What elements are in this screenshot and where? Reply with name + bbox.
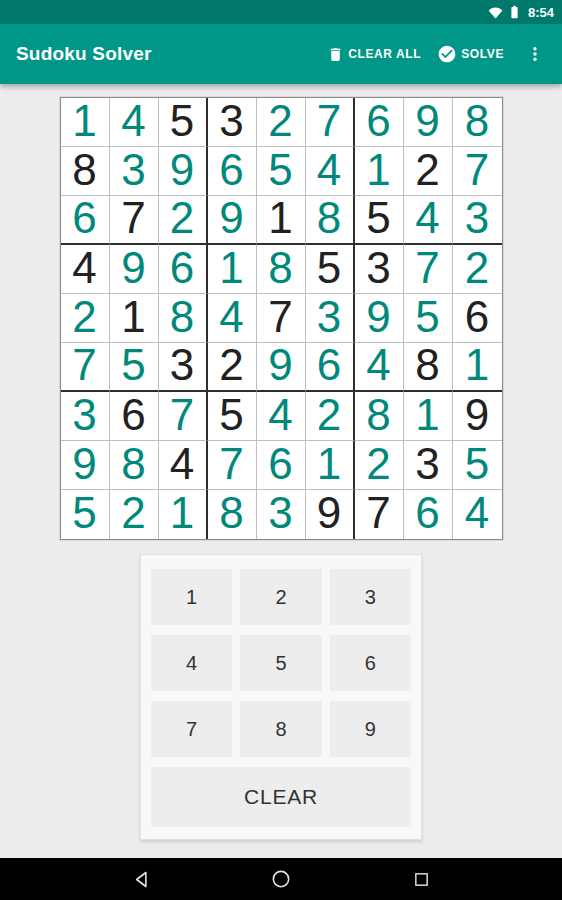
cell-r7c3[interactable]: 7 — [159, 392, 208, 441]
cell-r1c6[interactable]: 7 — [306, 98, 355, 147]
cell-r8c1[interactable]: 9 — [61, 441, 110, 490]
cell-r1c9[interactable]: 8 — [453, 98, 502, 147]
cell-r6c1[interactable]: 7 — [61, 343, 110, 392]
cell-r9c8[interactable]: 6 — [404, 490, 453, 539]
cell-r4c7[interactable]: 3 — [355, 245, 404, 294]
cell-r3c4[interactable]: 9 — [208, 196, 257, 245]
cell-r1c7[interactable]: 6 — [355, 98, 404, 147]
cell-r8c3[interactable]: 4 — [159, 441, 208, 490]
cell-r4c8[interactable]: 7 — [404, 245, 453, 294]
cell-r7c7[interactable]: 8 — [355, 392, 404, 441]
sudoku-grid: 1453276988396541276729185434961853722184… — [60, 97, 503, 540]
keypad-clear-button[interactable]: CLEAR — [151, 767, 411, 827]
cell-r9c4[interactable]: 8 — [208, 490, 257, 539]
cell-r3c9[interactable]: 3 — [453, 196, 502, 245]
cell-r9c3[interactable]: 1 — [159, 490, 208, 539]
check-circle-icon — [437, 44, 457, 64]
cell-r4c3[interactable]: 6 — [159, 245, 208, 294]
cell-r5c8[interactable]: 5 — [404, 294, 453, 343]
cell-r6c3[interactable]: 3 — [159, 343, 208, 392]
cell-r7c2[interactable]: 6 — [110, 392, 159, 441]
cell-r1c3[interactable]: 5 — [159, 98, 208, 147]
cell-r1c2[interactable]: 4 — [110, 98, 159, 147]
cell-r8c7[interactable]: 2 — [355, 441, 404, 490]
cell-r3c3[interactable]: 2 — [159, 196, 208, 245]
cell-r5c1[interactable]: 2 — [61, 294, 110, 343]
keypad-key-3[interactable]: 3 — [330, 569, 411, 625]
cell-r5c2[interactable]: 1 — [110, 294, 159, 343]
cell-r8c8[interactable]: 3 — [404, 441, 453, 490]
recents-icon — [413, 871, 430, 888]
cell-r7c4[interactable]: 5 — [208, 392, 257, 441]
cell-r5c7[interactable]: 9 — [355, 294, 404, 343]
cell-r5c5[interactable]: 7 — [257, 294, 306, 343]
cell-r9c6[interactable]: 9 — [306, 490, 355, 539]
cell-r7c8[interactable]: 1 — [404, 392, 453, 441]
cell-r6c5[interactable]: 9 — [257, 343, 306, 392]
keypad-key-1[interactable]: 1 — [151, 569, 232, 625]
clear-all-label: CLEAR ALL — [348, 47, 421, 61]
cell-r7c5[interactable]: 4 — [257, 392, 306, 441]
cell-r5c9[interactable]: 6 — [453, 294, 502, 343]
board-area: 1453276988396541276729185434961853722184… — [0, 97, 562, 540]
cell-r9c7[interactable]: 7 — [355, 490, 404, 539]
cell-r8c2[interactable]: 8 — [110, 441, 159, 490]
cell-r9c2[interactable]: 2 — [110, 490, 159, 539]
page-title: Sudoku Solver — [16, 43, 327, 65]
recents-button[interactable] — [401, 871, 441, 888]
cell-r2c7[interactable]: 1 — [355, 147, 404, 196]
app-bar-actions: CLEAR ALL SOLVE — [327, 43, 546, 65]
cell-r2c5[interactable]: 5 — [257, 147, 306, 196]
back-button[interactable] — [121, 869, 161, 890]
overflow-menu-button[interactable] — [520, 43, 546, 65]
cell-r9c9[interactable]: 4 — [453, 490, 502, 539]
keypad-panel: 123456789 CLEAR — [140, 554, 422, 840]
battery-icon — [507, 4, 522, 20]
cell-r2c3[interactable]: 9 — [159, 147, 208, 196]
cell-r5c6[interactable]: 3 — [306, 294, 355, 343]
cell-r8c5[interactable]: 6 — [257, 441, 306, 490]
cell-r3c7[interactable]: 5 — [355, 196, 404, 245]
cell-r4c4[interactable]: 1 — [208, 245, 257, 294]
back-icon — [131, 869, 152, 890]
keypad-key-7[interactable]: 7 — [151, 701, 232, 757]
cell-r6c2[interactable]: 5 — [110, 343, 159, 392]
cell-r7c9[interactable]: 9 — [453, 392, 502, 441]
cell-r4c6[interactable]: 5 — [306, 245, 355, 294]
keypad-grid: 123456789 — [151, 569, 411, 757]
cell-r3c2[interactable]: 7 — [110, 196, 159, 245]
cell-r6c4[interactable]: 2 — [208, 343, 257, 392]
clear-all-button[interactable]: CLEAR ALL — [327, 46, 421, 63]
cell-r1c4[interactable]: 3 — [208, 98, 257, 147]
cell-r2c6[interactable]: 4 — [306, 147, 355, 196]
cell-r1c1[interactable]: 1 — [61, 98, 110, 147]
keypad-key-8[interactable]: 8 — [240, 701, 321, 757]
cell-r3c8[interactable]: 4 — [404, 196, 453, 245]
cell-r3c5[interactable]: 1 — [257, 196, 306, 245]
home-icon — [271, 869, 291, 889]
keypad-key-5[interactable]: 5 — [240, 635, 321, 691]
wifi-icon — [488, 5, 503, 20]
cell-r7c1[interactable]: 3 — [61, 392, 110, 441]
android-nav-bar — [0, 858, 562, 900]
trash-icon — [327, 46, 344, 63]
solve-label: SOLVE — [461, 47, 504, 61]
sudoku-solver-app: 8:54 Sudoku Solver CLEAR ALL SOLVE 14532… — [0, 0, 562, 840]
keypad-key-4[interactable]: 4 — [151, 635, 232, 691]
cell-r9c5[interactable]: 3 — [257, 490, 306, 539]
cell-r6c8[interactable]: 8 — [404, 343, 453, 392]
cell-r8c6[interactable]: 1 — [306, 441, 355, 490]
status-bar: 8:54 — [0, 0, 562, 24]
cell-r8c9[interactable]: 5 — [453, 441, 502, 490]
cell-r7c6[interactable]: 2 — [306, 392, 355, 441]
home-button[interactable] — [261, 869, 301, 889]
cell-r1c8[interactable]: 9 — [404, 98, 453, 147]
cell-r4c2[interactable]: 9 — [110, 245, 159, 294]
more-vert-icon — [526, 45, 544, 63]
keypad-key-6[interactable]: 6 — [330, 635, 411, 691]
cell-r2c8[interactable]: 2 — [404, 147, 453, 196]
keypad-key-2[interactable]: 2 — [240, 569, 321, 625]
cell-r6c7[interactable]: 4 — [355, 343, 404, 392]
app-bar: Sudoku Solver CLEAR ALL SOLVE — [0, 24, 562, 84]
cell-r6c6[interactable]: 6 — [306, 343, 355, 392]
cell-r1c5[interactable]: 2 — [257, 98, 306, 147]
cell-r3c1[interactable]: 6 — [61, 196, 110, 245]
cell-r2c4[interactable]: 6 — [208, 147, 257, 196]
cell-r2c1[interactable]: 8 — [61, 147, 110, 196]
cell-r5c3[interactable]: 8 — [159, 294, 208, 343]
cell-r8c4[interactable]: 7 — [208, 441, 257, 490]
status-time: 8:54 — [528, 5, 554, 20]
solve-button[interactable]: SOLVE — [437, 44, 504, 64]
cell-r9c1[interactable]: 5 — [61, 490, 110, 539]
cell-r5c4[interactable]: 4 — [208, 294, 257, 343]
cell-r6c9[interactable]: 1 — [453, 343, 502, 392]
cell-r4c5[interactable]: 8 — [257, 245, 306, 294]
cell-r4c1[interactable]: 4 — [61, 245, 110, 294]
keypad-key-9[interactable]: 9 — [330, 701, 411, 757]
cell-r2c9[interactable]: 7 — [453, 147, 502, 196]
cell-r4c9[interactable]: 2 — [453, 245, 502, 294]
cell-r3c6[interactable]: 8 — [306, 196, 355, 245]
cell-r2c2[interactable]: 3 — [110, 147, 159, 196]
